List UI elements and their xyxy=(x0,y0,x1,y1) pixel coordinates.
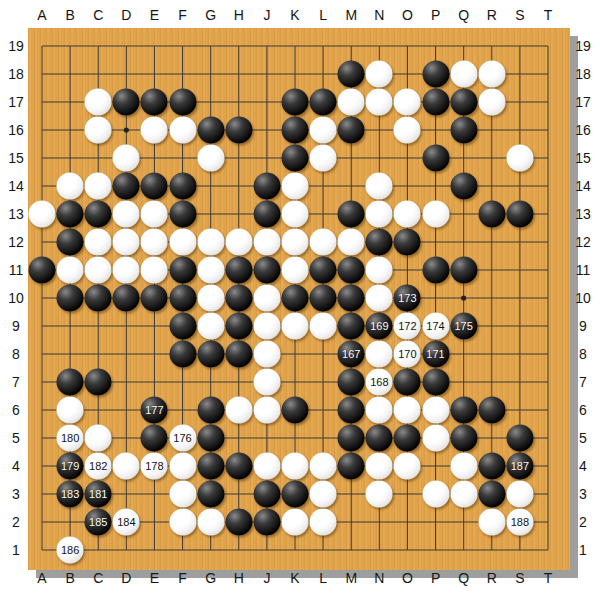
white-stone-J6 xyxy=(253,397,280,424)
black-stone-M16 xyxy=(338,117,365,144)
black-stone-G5 xyxy=(197,425,224,452)
black-stone-G8 xyxy=(197,341,224,368)
row-label-right-17: 17 xyxy=(575,94,591,110)
white-stone-N14 xyxy=(366,173,393,200)
white-stone-F3 xyxy=(169,481,196,508)
black-stone-Q6 xyxy=(450,397,477,424)
white-stone-F4 xyxy=(169,453,196,480)
go-board[interactable]: 1731691721741751671701711681771801761791… xyxy=(28,28,570,570)
black-stone-C13 xyxy=(85,201,112,228)
row-label-left-14: 14 xyxy=(8,178,24,194)
black-stone-F8 xyxy=(169,341,196,368)
row-label-right-7: 7 xyxy=(579,374,587,390)
column-label-top-P: P xyxy=(431,7,440,23)
row-label-left-5: 5 xyxy=(12,430,20,446)
column-label-bottom-D: D xyxy=(121,570,131,586)
black-stone-E17 xyxy=(141,89,168,116)
black-stone-N12 xyxy=(366,229,393,256)
black-stone-Q17 xyxy=(450,89,477,116)
column-label-bottom-E: E xyxy=(150,570,159,586)
white-stone-L16 xyxy=(310,117,337,144)
column-label-top-K: K xyxy=(290,7,299,23)
row-label-left-16: 16 xyxy=(8,122,24,138)
numbered-white-stone-B1: 186 xyxy=(57,537,84,564)
row-label-left-7: 7 xyxy=(12,374,20,390)
black-stone-L11 xyxy=(310,257,337,284)
black-stone-B12 xyxy=(57,229,84,256)
column-label-bottom-T: T xyxy=(544,570,553,586)
black-stone-R4 xyxy=(478,453,505,480)
white-stone-R2 xyxy=(478,509,505,536)
black-stone-J11 xyxy=(253,257,280,284)
white-stone-Q4 xyxy=(450,453,477,480)
column-label-top-M: M xyxy=(345,7,357,23)
black-stone-M10 xyxy=(338,285,365,312)
white-stone-P3 xyxy=(422,481,449,508)
black-stone-M6 xyxy=(338,397,365,424)
column-label-top-J: J xyxy=(263,7,270,23)
white-stone-N10 xyxy=(366,285,393,312)
row-label-right-9: 9 xyxy=(579,318,587,334)
white-stone-N13 xyxy=(366,201,393,228)
column-label-bottom-G: G xyxy=(205,570,216,586)
white-stone-G2 xyxy=(197,509,224,536)
white-stone-L4 xyxy=(310,453,337,480)
black-stone-G6 xyxy=(197,397,224,424)
white-stone-C17 xyxy=(85,89,112,116)
black-stone-O7 xyxy=(394,369,421,396)
column-label-top-D: D xyxy=(121,7,131,23)
white-stone-G11 xyxy=(197,257,224,284)
column-label-top-C: C xyxy=(93,7,103,23)
row-label-right-14: 14 xyxy=(575,178,591,194)
black-stone-M11 xyxy=(338,257,365,284)
row-label-right-4: 4 xyxy=(579,458,587,474)
white-stone-K14 xyxy=(281,173,308,200)
white-stone-K11 xyxy=(281,257,308,284)
black-stone-M18 xyxy=(338,61,365,88)
column-label-top-H: H xyxy=(234,7,244,23)
white-stone-E16 xyxy=(141,117,168,144)
white-stone-G12 xyxy=(197,229,224,256)
white-stone-N17 xyxy=(366,89,393,116)
white-stone-E12 xyxy=(141,229,168,256)
black-stone-B10 xyxy=(57,285,84,312)
white-stone-H6 xyxy=(225,397,252,424)
white-stone-L2 xyxy=(310,509,337,536)
white-stone-B14 xyxy=(57,173,84,200)
white-stone-N11 xyxy=(366,257,393,284)
white-stone-P5 xyxy=(422,425,449,452)
black-stone-Q14 xyxy=(450,173,477,200)
black-stone-B13 xyxy=(57,201,84,228)
white-stone-C11 xyxy=(85,257,112,284)
black-stone-D17 xyxy=(113,89,140,116)
column-label-top-A: A xyxy=(37,7,46,23)
black-stone-D14 xyxy=(113,173,140,200)
white-stone-J4 xyxy=(253,453,280,480)
black-stone-N5 xyxy=(366,425,393,452)
white-stone-B11 xyxy=(57,257,84,284)
black-stone-E10 xyxy=(141,285,168,312)
numbered-black-stone-P8: 171 xyxy=(422,341,449,368)
column-label-top-N: N xyxy=(374,7,384,23)
row-label-right-18: 18 xyxy=(575,66,591,82)
black-stone-F17 xyxy=(169,89,196,116)
white-stone-M17 xyxy=(338,89,365,116)
column-label-top-B: B xyxy=(65,7,74,23)
numbered-black-stone-C2: 185 xyxy=(85,509,112,536)
white-stone-F16 xyxy=(169,117,196,144)
column-label-bottom-R: R xyxy=(487,570,497,586)
white-stone-C16 xyxy=(85,117,112,144)
row-label-left-8: 8 xyxy=(12,346,20,362)
black-stone-R13 xyxy=(478,201,505,228)
white-stone-L9 xyxy=(310,313,337,340)
black-stone-P18 xyxy=(422,61,449,88)
white-stone-J7 xyxy=(253,369,280,396)
black-stone-F11 xyxy=(169,257,196,284)
black-stone-F9 xyxy=(169,313,196,340)
row-label-right-8: 8 xyxy=(579,346,587,362)
column-label-top-Q: Q xyxy=(458,7,469,23)
numbered-black-stone-M8: 167 xyxy=(338,341,365,368)
white-stone-O17 xyxy=(394,89,421,116)
white-stone-H12 xyxy=(225,229,252,256)
column-label-bottom-O: O xyxy=(402,570,413,586)
column-label-bottom-L: L xyxy=(319,570,327,586)
numbered-black-stone-S4: 187 xyxy=(506,453,533,480)
numbered-white-stone-F5: 176 xyxy=(169,425,196,452)
white-stone-N6 xyxy=(366,397,393,424)
row-label-left-19: 19 xyxy=(8,38,24,54)
white-stone-R18 xyxy=(478,61,505,88)
numbered-black-stone-O10: 173 xyxy=(394,285,421,312)
white-stone-C12 xyxy=(85,229,112,256)
go-game-screenshot: 1731691721741751671701711681771801761791… xyxy=(0,0,600,600)
black-stone-K3 xyxy=(281,481,308,508)
numbered-white-stone-B5: 180 xyxy=(57,425,84,452)
black-stone-Q11 xyxy=(450,257,477,284)
white-stone-J8 xyxy=(253,341,280,368)
column-label-bottom-H: H xyxy=(234,570,244,586)
row-label-right-3: 3 xyxy=(579,486,587,502)
row-label-left-13: 13 xyxy=(8,206,24,222)
white-stone-N8 xyxy=(366,341,393,368)
white-stone-A13 xyxy=(29,201,56,228)
white-stone-G10 xyxy=(197,285,224,312)
black-stone-P17 xyxy=(422,89,449,116)
row-label-left-17: 17 xyxy=(8,94,24,110)
black-stone-C10 xyxy=(85,285,112,312)
white-stone-S15 xyxy=(506,145,533,172)
column-label-bottom-Q: Q xyxy=(458,570,469,586)
column-label-bottom-A: A xyxy=(37,570,46,586)
white-stone-K13 xyxy=(281,201,308,228)
numbered-black-stone-Q9: 175 xyxy=(450,313,477,340)
black-stone-M9 xyxy=(338,313,365,340)
white-stone-K4 xyxy=(281,453,308,480)
row-label-right-1: 1 xyxy=(579,542,587,558)
black-stone-J3 xyxy=(253,481,280,508)
white-stone-D11 xyxy=(113,257,140,284)
numbered-black-stone-N9: 169 xyxy=(366,313,393,340)
numbered-white-stone-N7: 168 xyxy=(366,369,393,396)
white-stone-L3 xyxy=(310,481,337,508)
black-stone-M4 xyxy=(338,453,365,480)
column-label-bottom-N: N xyxy=(374,570,384,586)
black-stone-H4 xyxy=(225,453,252,480)
numbered-white-stone-C4: 182 xyxy=(85,453,112,480)
white-stone-J12 xyxy=(253,229,280,256)
numbered-black-stone-B3: 183 xyxy=(57,481,84,508)
column-label-top-O: O xyxy=(402,7,413,23)
black-stone-R3 xyxy=(478,481,505,508)
black-stone-H9 xyxy=(225,313,252,340)
white-stone-K9 xyxy=(281,313,308,340)
black-stone-H8 xyxy=(225,341,252,368)
row-label-left-2: 2 xyxy=(12,514,20,530)
white-stone-E13 xyxy=(141,201,168,228)
white-stone-S3 xyxy=(506,481,533,508)
black-stone-K15 xyxy=(281,145,308,172)
black-stone-O12 xyxy=(394,229,421,256)
white-stone-N3 xyxy=(366,481,393,508)
numbered-white-stone-E4: 178 xyxy=(141,453,168,480)
row-label-right-12: 12 xyxy=(575,234,591,250)
black-stone-Q5 xyxy=(450,425,477,452)
column-label-top-T: T xyxy=(544,7,553,23)
row-label-right-13: 13 xyxy=(575,206,591,222)
row-label-right-16: 16 xyxy=(575,122,591,138)
black-stone-M7 xyxy=(338,369,365,396)
black-stone-B7 xyxy=(57,369,84,396)
black-stone-L10 xyxy=(310,285,337,312)
row-label-right-11: 11 xyxy=(576,262,591,278)
black-stone-F14 xyxy=(169,173,196,200)
column-label-bottom-K: K xyxy=(290,570,299,586)
column-label-top-E: E xyxy=(150,7,159,23)
black-stone-J2 xyxy=(253,509,280,536)
black-stone-H16 xyxy=(225,117,252,144)
numbered-white-stone-O8: 170 xyxy=(394,341,421,368)
white-stone-D15 xyxy=(113,145,140,172)
hoshi-point xyxy=(124,127,129,132)
row-label-left-10: 10 xyxy=(8,290,24,306)
row-label-right-19: 19 xyxy=(575,38,591,54)
black-stone-O5 xyxy=(394,425,421,452)
white-stone-P6 xyxy=(422,397,449,424)
column-label-top-F: F xyxy=(178,7,187,23)
row-label-right-2: 2 xyxy=(579,514,587,530)
numbered-black-stone-B4: 179 xyxy=(57,453,84,480)
white-stone-O13 xyxy=(394,201,421,228)
column-label-bottom-S: S xyxy=(515,570,524,586)
black-stone-D10 xyxy=(113,285,140,312)
row-label-left-15: 15 xyxy=(8,150,24,166)
row-label-right-6: 6 xyxy=(579,402,587,418)
white-stone-O6 xyxy=(394,397,421,424)
white-stone-J9 xyxy=(253,313,280,340)
white-stone-Q18 xyxy=(450,61,477,88)
black-stone-G4 xyxy=(197,453,224,480)
row-label-right-15: 15 xyxy=(575,150,591,166)
row-label-left-11: 11 xyxy=(9,262,24,278)
white-stone-N4 xyxy=(366,453,393,480)
white-stone-L12 xyxy=(310,229,337,256)
white-stone-R17 xyxy=(478,89,505,116)
black-stone-S5 xyxy=(506,425,533,452)
row-label-left-18: 18 xyxy=(8,66,24,82)
hoshi-point xyxy=(461,295,466,300)
column-label-top-S: S xyxy=(515,7,524,23)
column-label-top-L: L xyxy=(319,7,327,23)
white-stone-G9 xyxy=(197,313,224,340)
white-stone-D4 xyxy=(113,453,140,480)
white-stone-C5 xyxy=(85,425,112,452)
white-stone-N18 xyxy=(366,61,393,88)
row-label-left-1: 1 xyxy=(12,542,20,558)
black-stone-J13 xyxy=(253,201,280,228)
numbered-white-stone-S2: 188 xyxy=(506,509,533,536)
black-stone-F13 xyxy=(169,201,196,228)
white-stone-K12 xyxy=(281,229,308,256)
black-stone-M13 xyxy=(338,201,365,228)
column-label-bottom-J: J xyxy=(263,570,270,586)
white-stone-M12 xyxy=(338,229,365,256)
row-label-left-9: 9 xyxy=(12,318,20,334)
white-stone-P13 xyxy=(422,201,449,228)
black-stone-K17 xyxy=(281,89,308,116)
column-label-bottom-B: B xyxy=(65,570,74,586)
black-stone-M5 xyxy=(338,425,365,452)
column-label-bottom-P: P xyxy=(431,570,440,586)
column-label-top-R: R xyxy=(487,7,497,23)
black-stone-P7 xyxy=(422,369,449,396)
row-label-left-12: 12 xyxy=(8,234,24,250)
row-label-left-6: 6 xyxy=(12,402,20,418)
black-stone-K10 xyxy=(281,285,308,312)
row-label-right-5: 5 xyxy=(579,430,587,446)
black-stone-L17 xyxy=(310,89,337,116)
white-stone-F12 xyxy=(169,229,196,256)
white-stone-B6 xyxy=(57,397,84,424)
numbered-black-stone-C3: 181 xyxy=(85,481,112,508)
numbered-white-stone-D2: 184 xyxy=(113,509,140,536)
black-stone-G3 xyxy=(197,481,224,508)
white-stone-J10 xyxy=(253,285,280,312)
numbered-black-stone-E6: 177 xyxy=(141,397,168,424)
black-stone-K16 xyxy=(281,117,308,144)
column-label-top-G: G xyxy=(205,7,216,23)
black-stone-S13 xyxy=(506,201,533,228)
white-stone-O4 xyxy=(394,453,421,480)
black-stone-H10 xyxy=(225,285,252,312)
black-stone-K6 xyxy=(281,397,308,424)
white-stone-L15 xyxy=(310,145,337,172)
white-stone-K2 xyxy=(281,509,308,536)
column-label-bottom-F: F xyxy=(178,570,187,586)
black-stone-P11 xyxy=(422,257,449,284)
row-label-left-4: 4 xyxy=(12,458,20,474)
black-stone-H2 xyxy=(225,509,252,536)
white-stone-D13 xyxy=(113,201,140,228)
column-label-bottom-M: M xyxy=(345,570,357,586)
white-stone-Q3 xyxy=(450,481,477,508)
black-stone-C7 xyxy=(85,369,112,396)
numbered-white-stone-O9: 172 xyxy=(394,313,421,340)
black-stone-F10 xyxy=(169,285,196,312)
white-stone-E11 xyxy=(141,257,168,284)
black-stone-G16 xyxy=(197,117,224,144)
black-stone-H11 xyxy=(225,257,252,284)
white-stone-O16 xyxy=(394,117,421,144)
white-stone-F2 xyxy=(169,509,196,536)
numbered-white-stone-P9: 174 xyxy=(422,313,449,340)
black-stone-E5 xyxy=(141,425,168,452)
black-stone-A11 xyxy=(29,257,56,284)
white-stone-C14 xyxy=(85,173,112,200)
row-label-right-10: 10 xyxy=(575,290,591,306)
column-label-bottom-C: C xyxy=(93,570,103,586)
black-stone-Q16 xyxy=(450,117,477,144)
black-stone-P15 xyxy=(422,145,449,172)
white-stone-D12 xyxy=(113,229,140,256)
black-stone-E14 xyxy=(141,173,168,200)
black-stone-R6 xyxy=(478,397,505,424)
row-label-left-3: 3 xyxy=(12,486,20,502)
black-stone-J14 xyxy=(253,173,280,200)
white-stone-G15 xyxy=(197,145,224,172)
